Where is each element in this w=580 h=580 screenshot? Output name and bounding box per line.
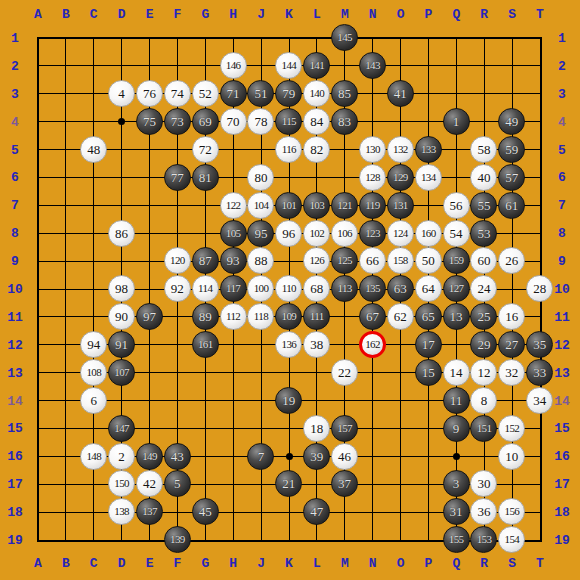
move-number: 17 <box>422 338 435 351</box>
stone-F17-move-5: 5 <box>164 470 191 497</box>
move-number: 76 <box>143 87 156 100</box>
move-number: 153 <box>477 534 492 545</box>
row-label-12-left: 12 <box>2 338 28 352</box>
stone-D16-move-2: 2 <box>108 443 135 470</box>
stone-S4-move-49: 49 <box>498 108 525 135</box>
move-number: 34 <box>533 394 546 407</box>
move-number: 38 <box>310 338 323 351</box>
stone-S5-move-59: 59 <box>498 136 525 163</box>
stone-R18-move-36: 36 <box>470 498 497 525</box>
stone-L7-move-103: 103 <box>303 192 330 219</box>
row-label-16-right: 16 <box>549 449 575 463</box>
stone-O11-move-62: 62 <box>387 303 414 330</box>
col-label-B-top: B <box>55 7 77 22</box>
move-number: 116 <box>282 144 296 155</box>
stone-N9-move-66: 66 <box>359 247 386 274</box>
stone-D8-move-86: 86 <box>108 220 135 247</box>
row-label-14-right: 14 <box>549 394 575 408</box>
move-number: 12 <box>477 366 490 379</box>
move-number: 30 <box>477 477 490 490</box>
move-number: 27 <box>505 338 518 351</box>
move-number: 146 <box>226 60 241 71</box>
move-number: 65 <box>422 310 435 323</box>
move-number: 66 <box>366 254 379 267</box>
move-number: 157 <box>337 423 352 434</box>
move-number: 74 <box>171 87 184 100</box>
row-label-7-right: 7 <box>549 198 575 212</box>
row-label-4-right: 4 <box>549 115 575 129</box>
move-number: 36 <box>477 505 490 518</box>
move-number: 16 <box>505 310 518 323</box>
col-label-C-bottom: C <box>83 556 105 571</box>
stone-G4-move-69: 69 <box>192 108 219 135</box>
move-number: 47 <box>310 505 323 518</box>
move-number: 128 <box>365 172 380 183</box>
col-label-S-bottom: S <box>501 556 523 571</box>
stone-N8-move-123: 123 <box>359 220 386 247</box>
col-label-L-top: L <box>306 7 328 22</box>
move-number: 162 <box>365 339 380 350</box>
stone-K4-move-115: 115 <box>275 108 302 135</box>
col-label-O-bottom: O <box>390 556 412 571</box>
row-label-10-right: 10 <box>549 282 575 296</box>
col-label-P-top: P <box>417 7 439 22</box>
move-number: 71 <box>227 87 240 100</box>
move-number: 4 <box>118 87 125 100</box>
row-label-10-left: 10 <box>2 282 28 296</box>
move-number: 6 <box>90 394 97 407</box>
col-label-D-bottom: D <box>111 556 133 571</box>
move-number: 139 <box>170 534 185 545</box>
stone-M15-move-157: 157 <box>331 415 358 442</box>
row-label-19-left: 19 <box>2 533 28 547</box>
stone-E17-move-42: 42 <box>136 470 163 497</box>
stone-D11-move-90: 90 <box>108 303 135 330</box>
stone-G12-move-161: 161 <box>192 331 219 358</box>
move-number: 67 <box>366 310 379 323</box>
move-number: 1 <box>453 115 460 128</box>
stone-M4-move-83: 83 <box>331 108 358 135</box>
stone-L3-move-140: 140 <box>303 80 330 107</box>
stone-F16-move-43: 43 <box>164 443 191 470</box>
move-number: 59 <box>505 143 518 156</box>
col-label-M-bottom: M <box>334 556 356 571</box>
stone-G18-move-45: 45 <box>192 498 219 525</box>
col-label-F-bottom: F <box>166 556 188 571</box>
stone-R17-move-30: 30 <box>470 470 497 497</box>
stone-P13-move-15: 15 <box>415 359 442 386</box>
stone-M1-move-145: 145 <box>331 24 358 51</box>
stone-M16-move-46: 46 <box>331 443 358 470</box>
move-number: 92 <box>171 282 184 295</box>
stone-D18-move-138: 138 <box>108 498 135 525</box>
move-number: 61 <box>505 199 518 212</box>
stone-K14-move-19: 19 <box>275 387 302 414</box>
row-label-14-left: 14 <box>2 394 28 408</box>
stone-R14-move-8: 8 <box>470 387 497 414</box>
stone-F9-move-120: 120 <box>164 247 191 274</box>
stone-S6-move-57: 57 <box>498 164 525 191</box>
row-label-6-right: 6 <box>549 170 575 184</box>
row-label-4-left: 4 <box>2 115 28 129</box>
move-number: 29 <box>477 338 490 351</box>
stone-Q19-move-155: 155 <box>443 526 470 553</box>
move-number: 136 <box>282 339 297 350</box>
stone-S15-move-152: 152 <box>498 415 525 442</box>
move-number: 25 <box>477 310 490 323</box>
stone-O10-move-63: 63 <box>387 275 414 302</box>
move-number: 124 <box>393 228 408 239</box>
move-number: 19 <box>282 394 295 407</box>
stone-O3-move-41: 41 <box>387 80 414 107</box>
stone-J11-move-118: 118 <box>247 303 274 330</box>
stone-L15-move-18: 18 <box>303 415 330 442</box>
stone-J16-move-7: 7 <box>247 443 274 470</box>
col-label-N-bottom: N <box>362 556 384 571</box>
move-number: 102 <box>309 228 324 239</box>
stone-R13-move-12: 12 <box>470 359 497 386</box>
stone-S13-move-32: 32 <box>498 359 525 386</box>
stone-F19-move-139: 139 <box>164 526 191 553</box>
move-number: 105 <box>226 228 241 239</box>
move-number: 155 <box>449 534 464 545</box>
move-number: 93 <box>227 254 240 267</box>
stone-N12-move-162: 162 <box>359 331 386 358</box>
move-number: 103 <box>309 200 324 211</box>
move-number: 118 <box>254 311 268 322</box>
move-number: 62 <box>394 310 407 323</box>
stone-H9-move-93: 93 <box>220 247 247 274</box>
stone-L10-move-68: 68 <box>303 275 330 302</box>
move-number: 120 <box>170 255 185 266</box>
col-label-M-top: M <box>334 7 356 22</box>
stone-S7-move-61: 61 <box>498 192 525 219</box>
move-number: 127 <box>449 283 464 294</box>
stone-C12-move-94: 94 <box>80 331 107 358</box>
col-label-K-bottom: K <box>278 556 300 571</box>
stone-H11-move-112: 112 <box>220 303 247 330</box>
row-label-12-right: 12 <box>549 338 575 352</box>
row-label-19-right: 19 <box>549 533 575 547</box>
col-label-K-top: K <box>278 7 300 22</box>
move-number: 26 <box>505 254 518 267</box>
move-number: 125 <box>337 255 352 266</box>
move-number: 83 <box>338 115 351 128</box>
move-number: 18 <box>310 422 323 435</box>
stone-L8-move-102: 102 <box>303 220 330 247</box>
stone-F6-move-77: 77 <box>164 164 191 191</box>
stone-K5-move-116: 116 <box>275 136 302 163</box>
move-number: 159 <box>449 255 464 266</box>
move-number: 113 <box>337 283 351 294</box>
stone-O8-move-124: 124 <box>387 220 414 247</box>
stone-G5-move-72: 72 <box>192 136 219 163</box>
stone-F4-move-73: 73 <box>164 108 191 135</box>
move-number: 21 <box>282 477 295 490</box>
row-label-6-left: 6 <box>2 170 28 184</box>
stone-S16-move-10: 10 <box>498 443 525 470</box>
stone-K10-move-110: 110 <box>275 275 302 302</box>
move-number: 114 <box>198 283 212 294</box>
move-number: 11 <box>450 394 463 407</box>
stone-R5-move-58: 58 <box>470 136 497 163</box>
stone-E18-move-137: 137 <box>136 498 163 525</box>
move-number: 70 <box>227 115 240 128</box>
move-number: 131 <box>393 200 408 211</box>
move-number: 8 <box>481 394 488 407</box>
move-number: 126 <box>309 255 324 266</box>
move-number: 132 <box>393 144 408 155</box>
stone-D15-move-147: 147 <box>108 415 135 442</box>
move-number: 43 <box>171 450 184 463</box>
stone-M17-move-37: 37 <box>331 470 358 497</box>
move-number: 24 <box>477 282 490 295</box>
move-number: 2 <box>118 450 125 463</box>
move-number: 156 <box>505 506 520 517</box>
row-label-18-right: 18 <box>549 505 575 519</box>
col-label-T-top: T <box>529 7 551 22</box>
stone-G9-move-87: 87 <box>192 247 219 274</box>
col-label-Q-bottom: Q <box>445 556 467 571</box>
move-number: 101 <box>282 200 297 211</box>
move-number: 96 <box>282 227 295 240</box>
row-label-9-right: 9 <box>549 254 575 268</box>
stone-N10-move-135: 135 <box>359 275 386 302</box>
row-label-9-left: 9 <box>2 254 28 268</box>
col-label-E-bottom: E <box>139 556 161 571</box>
stone-R19-move-153: 153 <box>470 526 497 553</box>
move-number: 42 <box>143 477 156 490</box>
move-number: 104 <box>254 200 269 211</box>
move-number: 98 <box>115 282 128 295</box>
move-number: 84 <box>310 115 323 128</box>
stone-J6-move-80: 80 <box>247 164 274 191</box>
col-label-G-bottom: G <box>194 556 216 571</box>
stone-J3-move-51: 51 <box>247 80 274 107</box>
stone-Q8-move-54: 54 <box>443 220 470 247</box>
stone-Q9-move-159: 159 <box>443 247 470 274</box>
stone-M8-move-106: 106 <box>331 220 358 247</box>
col-label-E-top: E <box>139 7 161 22</box>
stone-K12-move-136: 136 <box>275 331 302 358</box>
row-label-2-left: 2 <box>2 59 28 73</box>
stone-M13-move-22: 22 <box>331 359 358 386</box>
stone-E11-move-97: 97 <box>136 303 163 330</box>
move-number: 32 <box>505 366 518 379</box>
row-label-15-right: 15 <box>549 421 575 435</box>
move-number: 134 <box>421 172 436 183</box>
stone-Q14-move-11: 11 <box>443 387 470 414</box>
row-label-13-right: 13 <box>549 366 575 380</box>
stone-J7-move-104: 104 <box>247 192 274 219</box>
move-number: 130 <box>365 144 380 155</box>
row-label-3-left: 3 <box>2 87 28 101</box>
col-label-C-top: C <box>83 7 105 22</box>
stone-K2-move-144: 144 <box>275 52 302 79</box>
stone-H10-move-117: 117 <box>220 275 247 302</box>
move-number: 5 <box>174 477 181 490</box>
move-number: 90 <box>115 310 128 323</box>
stone-R11-move-25: 25 <box>470 303 497 330</box>
move-number: 80 <box>254 171 267 184</box>
move-number: 46 <box>338 450 351 463</box>
move-number: 140 <box>309 88 324 99</box>
stone-Q13-move-14: 14 <box>443 359 470 386</box>
stone-N2-move-143: 143 <box>359 52 386 79</box>
move-number: 147 <box>114 423 129 434</box>
stone-P9-move-50: 50 <box>415 247 442 274</box>
stone-K11-move-109: 109 <box>275 303 302 330</box>
move-number: 56 <box>450 199 463 212</box>
stone-R10-move-24: 24 <box>470 275 497 302</box>
move-number: 45 <box>199 505 212 518</box>
move-number: 69 <box>199 115 212 128</box>
row-label-2-right: 2 <box>549 59 575 73</box>
stone-P12-move-17: 17 <box>415 331 442 358</box>
move-number: 161 <box>198 339 213 350</box>
stone-S19-move-154: 154 <box>498 526 525 553</box>
stone-S18-move-156: 156 <box>498 498 525 525</box>
row-label-17-right: 17 <box>549 477 575 491</box>
move-number: 144 <box>282 60 297 71</box>
col-label-S-top: S <box>501 7 523 22</box>
col-label-J-bottom: J <box>250 556 272 571</box>
move-number: 117 <box>226 283 240 294</box>
stone-L18-move-47: 47 <box>303 498 330 525</box>
move-number: 86 <box>115 227 128 240</box>
stone-P11-move-65: 65 <box>415 303 442 330</box>
move-number: 152 <box>505 423 520 434</box>
move-number: 148 <box>86 451 101 462</box>
move-number: 78 <box>254 115 267 128</box>
row-label-11-left: 11 <box>2 310 28 324</box>
col-label-P-bottom: P <box>417 556 439 571</box>
stone-G6-move-81: 81 <box>192 164 219 191</box>
move-number: 64 <box>422 282 435 295</box>
stone-D17-move-150: 150 <box>108 470 135 497</box>
stone-N5-move-130: 130 <box>359 136 386 163</box>
stone-Q11-move-13: 13 <box>443 303 470 330</box>
move-number: 129 <box>393 172 408 183</box>
stone-Q17-move-3: 3 <box>443 470 470 497</box>
stone-N6-move-128: 128 <box>359 164 386 191</box>
move-number: 160 <box>421 228 436 239</box>
move-number: 138 <box>114 506 129 517</box>
move-number: 48 <box>87 143 100 156</box>
move-number: 135 <box>365 283 380 294</box>
move-number: 133 <box>421 144 436 155</box>
move-number: 151 <box>477 423 492 434</box>
move-number: 145 <box>337 32 352 43</box>
stone-Q10-move-127: 127 <box>443 275 470 302</box>
move-number: 115 <box>282 116 296 127</box>
col-label-H-top: H <box>222 7 244 22</box>
move-number: 109 <box>282 311 297 322</box>
col-label-T-bottom: T <box>529 556 551 571</box>
stone-O7-move-131: 131 <box>387 192 414 219</box>
move-number: 31 <box>450 505 463 518</box>
move-number: 28 <box>533 282 546 295</box>
stone-R6-move-40: 40 <box>470 164 497 191</box>
move-number: 81 <box>199 171 212 184</box>
col-label-A-bottom: A <box>27 556 49 571</box>
stone-M7-move-121: 121 <box>331 192 358 219</box>
stone-K17-move-21: 21 <box>275 470 302 497</box>
stone-M3-move-85: 85 <box>331 80 358 107</box>
stone-Q7-move-56: 56 <box>443 192 470 219</box>
move-number: 79 <box>282 87 295 100</box>
stone-L11-move-111: 111 <box>303 303 330 330</box>
move-number: 106 <box>337 228 352 239</box>
stone-K3-move-79: 79 <box>275 80 302 107</box>
move-number: 154 <box>505 534 520 545</box>
move-number: 68 <box>310 282 323 295</box>
go-board-screen: 1451461441411434767452715179140854175736… <box>0 0 580 580</box>
move-number: 123 <box>365 228 380 239</box>
row-label-1-right: 1 <box>549 31 575 45</box>
col-label-G-top: G <box>194 7 216 22</box>
stone-Q15-move-9: 9 <box>443 415 470 442</box>
move-number: 149 <box>142 451 157 462</box>
stone-H3-move-71: 71 <box>220 80 247 107</box>
go-board[interactable]: 1451461441411434767452715179140854175736… <box>24 24 554 554</box>
stone-G10-move-114: 114 <box>192 275 219 302</box>
move-number: 22 <box>338 366 351 379</box>
stone-C16-move-148: 148 <box>80 443 107 470</box>
stone-M10-move-113: 113 <box>331 275 358 302</box>
row-label-15-left: 15 <box>2 421 28 435</box>
move-number: 107 <box>114 367 129 378</box>
move-number: 35 <box>533 338 546 351</box>
stone-L4-move-84: 84 <box>303 108 330 135</box>
move-number: 13 <box>450 310 463 323</box>
move-number: 100 <box>254 283 269 294</box>
stone-R7-move-55: 55 <box>470 192 497 219</box>
row-label-7-left: 7 <box>2 198 28 212</box>
move-number: 53 <box>477 227 490 240</box>
row-label-1-left: 1 <box>2 31 28 45</box>
move-number: 121 <box>337 200 352 211</box>
move-number: 91 <box>115 338 128 351</box>
stone-J9-move-88: 88 <box>247 247 274 274</box>
row-label-3-right: 3 <box>549 87 575 101</box>
stone-M9-move-125: 125 <box>331 247 358 274</box>
col-label-L-bottom: L <box>306 556 328 571</box>
move-number: 37 <box>338 477 351 490</box>
row-label-13-left: 13 <box>2 366 28 380</box>
stone-P5-move-133: 133 <box>415 136 442 163</box>
stone-F3-move-74: 74 <box>164 80 191 107</box>
stone-R8-move-53: 53 <box>470 220 497 247</box>
move-number: 55 <box>477 199 490 212</box>
col-label-H-bottom: H <box>222 556 244 571</box>
move-number: 87 <box>199 254 212 267</box>
stone-Q18-move-31: 31 <box>443 498 470 525</box>
stone-D10-move-98: 98 <box>108 275 135 302</box>
move-number: 14 <box>450 366 463 379</box>
stone-O5-move-132: 132 <box>387 136 414 163</box>
move-number: 111 <box>310 311 324 322</box>
move-number: 77 <box>171 171 184 184</box>
move-number: 15 <box>422 366 435 379</box>
stone-F10-move-92: 92 <box>164 275 191 302</box>
move-number: 54 <box>450 227 463 240</box>
move-number: 72 <box>199 143 212 156</box>
move-number: 119 <box>365 200 379 211</box>
col-label-R-bottom: R <box>473 556 495 571</box>
stone-H8-move-105: 105 <box>220 220 247 247</box>
move-number: 60 <box>477 254 490 267</box>
